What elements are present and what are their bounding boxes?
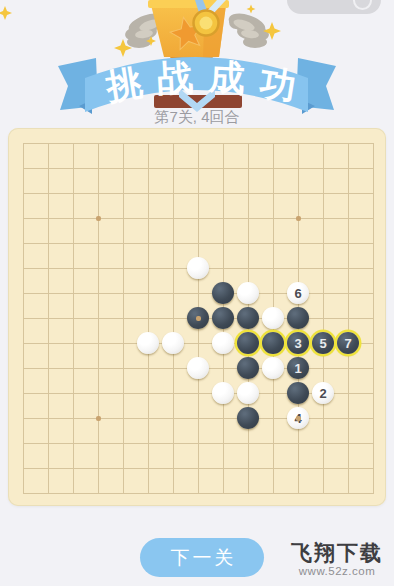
stone-black [237,332,259,354]
stone-white [212,332,234,354]
next-level-button[interactable]: 下一关 [140,538,264,577]
stone-black-move-3: 3 [287,332,309,354]
stone-black [212,282,234,304]
star-point [196,316,201,321]
star-point [96,416,101,421]
stone-white [187,257,209,279]
stone-black-move-5: 5 [312,332,334,354]
watermark-title: 飞翔下载 [291,541,383,565]
watermark: 飞翔下载 www.52z.com [291,541,383,577]
stone-white [137,332,159,354]
stone-white [212,382,234,404]
banner-title-char: 战 [148,53,202,105]
banner-title-char: 功 [248,57,307,114]
stone-white [162,332,184,354]
banner-title-char: 挑 [95,57,154,114]
stone-white [262,357,284,379]
banner-title: 挑战成功 [0,53,394,102]
result-screen: 挑战成功 第7关, 4回合 6357124 下一关 飞翔下载 www.52z.c… [0,0,394,586]
banner-title-char: 成 [200,53,254,105]
stone-black [212,307,234,329]
stone-white [237,282,259,304]
wing-right-icon [226,10,270,48]
star-point [96,216,101,221]
stone-black [237,407,259,429]
stone-black [237,307,259,329]
star-point [296,216,301,221]
stone-white-move-2: 2 [312,382,334,404]
stone-black-move-7: 7 [337,332,359,354]
stone-black [287,307,309,329]
watermark-url: www.52z.com [291,565,383,577]
stone-white [237,382,259,404]
stone-black-move-1: 1 [287,357,309,379]
level-round-status: 第7关, 4回合 [0,108,394,127]
stone-black [237,357,259,379]
stone-black [262,332,284,354]
stone-black [287,382,309,404]
stone-white [262,307,284,329]
star-point [296,416,301,421]
board: 6357124 [8,128,386,506]
stone-white [187,357,209,379]
stone-white-move-6: 6 [287,282,309,304]
